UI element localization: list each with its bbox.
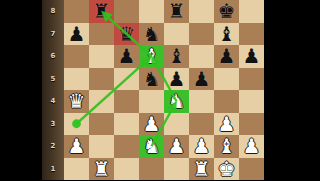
- square-d8[interactable]: [139, 0, 164, 23]
- square-g3[interactable]: ♟: [214, 113, 239, 136]
- square-f8[interactable]: [189, 0, 214, 23]
- piece-white-king-g1[interactable]: ♚: [214, 158, 239, 181]
- piece-white-pawn-a2[interactable]: ♟: [64, 135, 89, 158]
- piece-white-bishop-g2[interactable]: ♝: [214, 135, 239, 158]
- square-d2[interactable]: ♞: [139, 135, 164, 158]
- square-b1[interactable]: ♜: [89, 158, 114, 181]
- piece-white-pawn-h2[interactable]: ♟: [239, 135, 264, 158]
- piece-black-bishop-g7[interactable]: ♝: [214, 23, 239, 46]
- square-c6[interactable]: ♟: [114, 45, 139, 68]
- square-a4[interactable]: ♛: [64, 90, 89, 113]
- piece-black-pawn-e5[interactable]: ♟: [164, 68, 189, 91]
- square-c4[interactable]: [114, 90, 139, 113]
- square-f3[interactable]: [189, 113, 214, 136]
- square-c2[interactable]: [114, 135, 139, 158]
- square-b2[interactable]: [89, 135, 114, 158]
- square-f5[interactable]: ♟: [189, 68, 214, 91]
- square-b8[interactable]: ♜: [89, 0, 114, 23]
- square-g6[interactable]: ♟: [214, 45, 239, 68]
- square-a8[interactable]: [64, 0, 89, 23]
- square-h6[interactable]: ♟: [239, 45, 264, 68]
- square-d4[interactable]: [139, 90, 164, 113]
- piece-black-queen-c7[interactable]: ♛: [114, 23, 139, 46]
- piece-white-rook-f1[interactable]: ♜: [189, 158, 214, 181]
- square-h2[interactable]: ♟: [239, 135, 264, 158]
- square-f4[interactable]: [189, 90, 214, 113]
- piece-black-pawn-a7[interactable]: ♟: [64, 23, 89, 46]
- rank-label-6: 6: [42, 45, 64, 68]
- square-h4[interactable]: [239, 90, 264, 113]
- piece-white-rook-b1[interactable]: ♜: [89, 158, 114, 181]
- square-e8[interactable]: ♜: [164, 0, 189, 23]
- piece-black-knight-d5[interactable]: ♞: [139, 68, 164, 91]
- rank-label-7: 7: [42, 23, 64, 46]
- piece-black-pawn-g6[interactable]: ♟: [214, 45, 239, 68]
- square-b5[interactable]: [89, 68, 114, 91]
- square-d6[interactable]: ♝: [139, 45, 164, 68]
- thumbnail-frame: 87654321 ♜♜♚♟♛♞♝♟♝♝♟♟♞♟♟♛♞♟♟♟♞♟♟♝♟♜♜♚: [0, 0, 320, 180]
- square-g5[interactable]: [214, 68, 239, 91]
- square-h8[interactable]: [239, 0, 264, 23]
- square-f1[interactable]: ♜: [189, 158, 214, 181]
- square-c3[interactable]: [114, 113, 139, 136]
- piece-white-knight-e4[interactable]: ♞: [164, 90, 189, 113]
- square-a7[interactable]: ♟: [64, 23, 89, 46]
- piece-black-pawn-h6[interactable]: ♟: [239, 45, 264, 68]
- rank-label-2: 2: [42, 135, 64, 158]
- piece-white-pawn-f2[interactable]: ♟: [189, 135, 214, 158]
- square-g4[interactable]: [214, 90, 239, 113]
- square-d3[interactable]: ♟: [139, 113, 164, 136]
- piece-black-pawn-c6[interactable]: ♟: [114, 45, 139, 68]
- square-h3[interactable]: [239, 113, 264, 136]
- piece-black-rook-e8[interactable]: ♜: [164, 0, 189, 23]
- square-f2[interactable]: ♟: [189, 135, 214, 158]
- square-c5[interactable]: [114, 68, 139, 91]
- piece-black-rook-b8[interactable]: ♜: [89, 0, 114, 23]
- piece-white-pawn-e2[interactable]: ♟: [164, 135, 189, 158]
- square-d5[interactable]: ♞: [139, 68, 164, 91]
- piece-white-pawn-d3[interactable]: ♟: [139, 113, 164, 136]
- square-e4[interactable]: ♞: [164, 90, 189, 113]
- square-b7[interactable]: [89, 23, 114, 46]
- chess-board[interactable]: ♜♜♚♟♛♞♝♟♝♝♟♟♞♟♟♛♞♟♟♟♞♟♟♝♟♜♜♚: [64, 0, 264, 180]
- square-a3[interactable]: [64, 113, 89, 136]
- rank-label-strip: 87654321: [42, 0, 64, 180]
- square-e6[interactable]: ♝: [164, 45, 189, 68]
- square-e5[interactable]: ♟: [164, 68, 189, 91]
- square-g1[interactable]: ♚: [214, 158, 239, 181]
- square-a1[interactable]: [64, 158, 89, 181]
- square-a2[interactable]: ♟: [64, 135, 89, 158]
- piece-black-bishop-e6[interactable]: ♝: [164, 45, 189, 68]
- square-c8[interactable]: [114, 0, 139, 23]
- piece-white-knight-d2[interactable]: ♞: [139, 135, 164, 158]
- square-g7[interactable]: ♝: [214, 23, 239, 46]
- square-e1[interactable]: [164, 158, 189, 181]
- square-b6[interactable]: [89, 45, 114, 68]
- piece-white-queen-a4[interactable]: ♛: [64, 90, 89, 113]
- rank-label-1: 1: [42, 158, 64, 181]
- piece-black-king-g8[interactable]: ♚: [214, 0, 239, 23]
- square-b3[interactable]: [89, 113, 114, 136]
- piece-black-knight-d7[interactable]: ♞: [139, 23, 164, 46]
- square-g8[interactable]: ♚: [214, 0, 239, 23]
- square-b4[interactable]: [89, 90, 114, 113]
- rank-label-8: 8: [42, 0, 64, 23]
- square-d7[interactable]: ♞: [139, 23, 164, 46]
- piece-white-bishop-d6[interactable]: ♝: [139, 45, 164, 68]
- square-e7[interactable]: [164, 23, 189, 46]
- square-g2[interactable]: ♝: [214, 135, 239, 158]
- square-f6[interactable]: [189, 45, 214, 68]
- rank-label-3: 3: [42, 113, 64, 136]
- square-f7[interactable]: [189, 23, 214, 46]
- square-c1[interactable]: [114, 158, 139, 181]
- square-h5[interactable]: [239, 68, 264, 91]
- piece-white-pawn-g3[interactable]: ♟: [214, 113, 239, 136]
- rank-label-5: 5: [42, 68, 64, 91]
- square-c7[interactable]: ♛: [114, 23, 139, 46]
- square-e3[interactable]: [164, 113, 189, 136]
- piece-black-pawn-f5[interactable]: ♟: [189, 68, 214, 91]
- square-e2[interactable]: ♟: [164, 135, 189, 158]
- square-h7[interactable]: [239, 23, 264, 46]
- square-a6[interactable]: [64, 45, 89, 68]
- square-h1[interactable]: [239, 158, 264, 181]
- square-d1[interactable]: [139, 158, 164, 181]
- rank-label-4: 4: [42, 90, 64, 113]
- square-a5[interactable]: [64, 68, 89, 91]
